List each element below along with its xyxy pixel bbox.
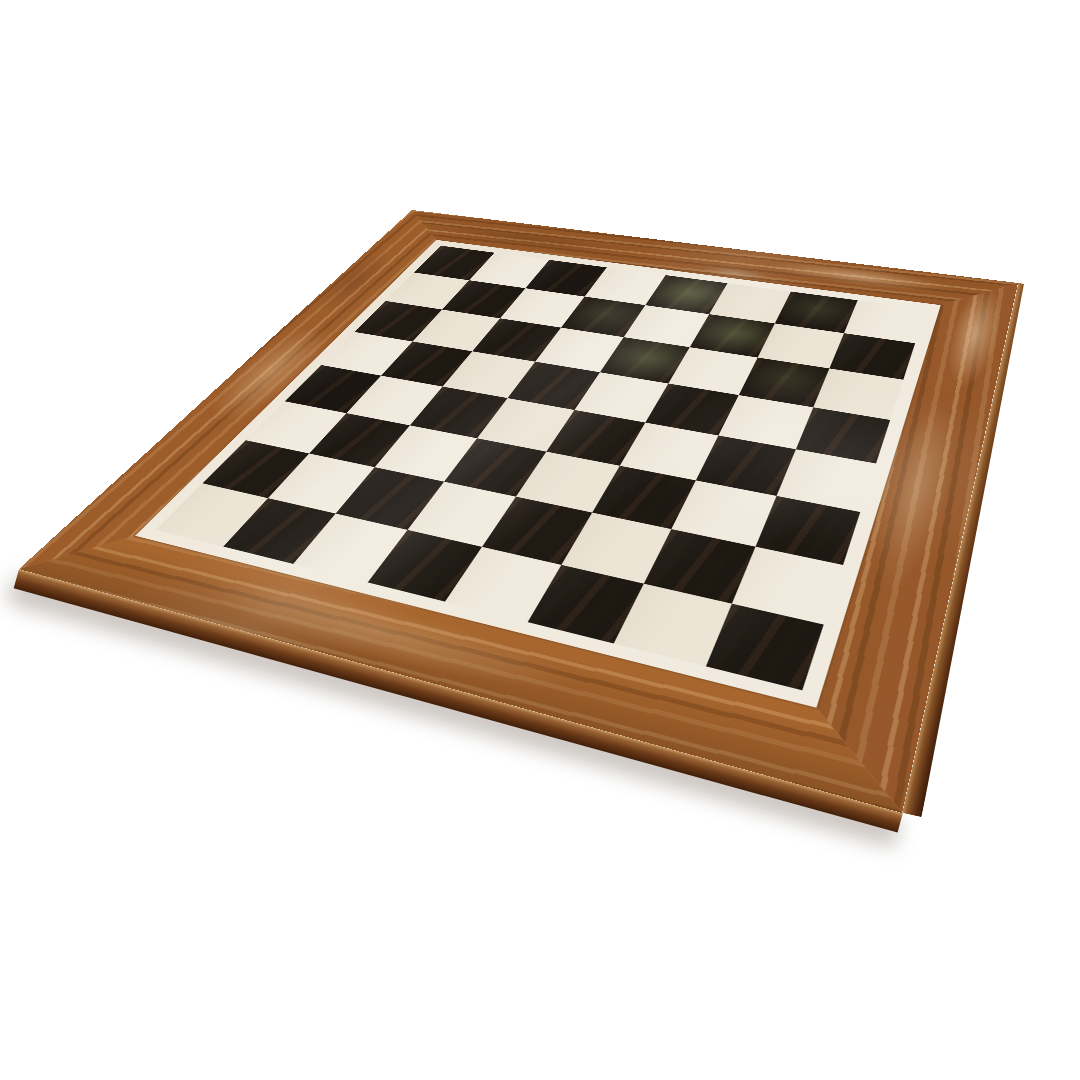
product-photo-scene bbox=[0, 0, 1080, 1080]
